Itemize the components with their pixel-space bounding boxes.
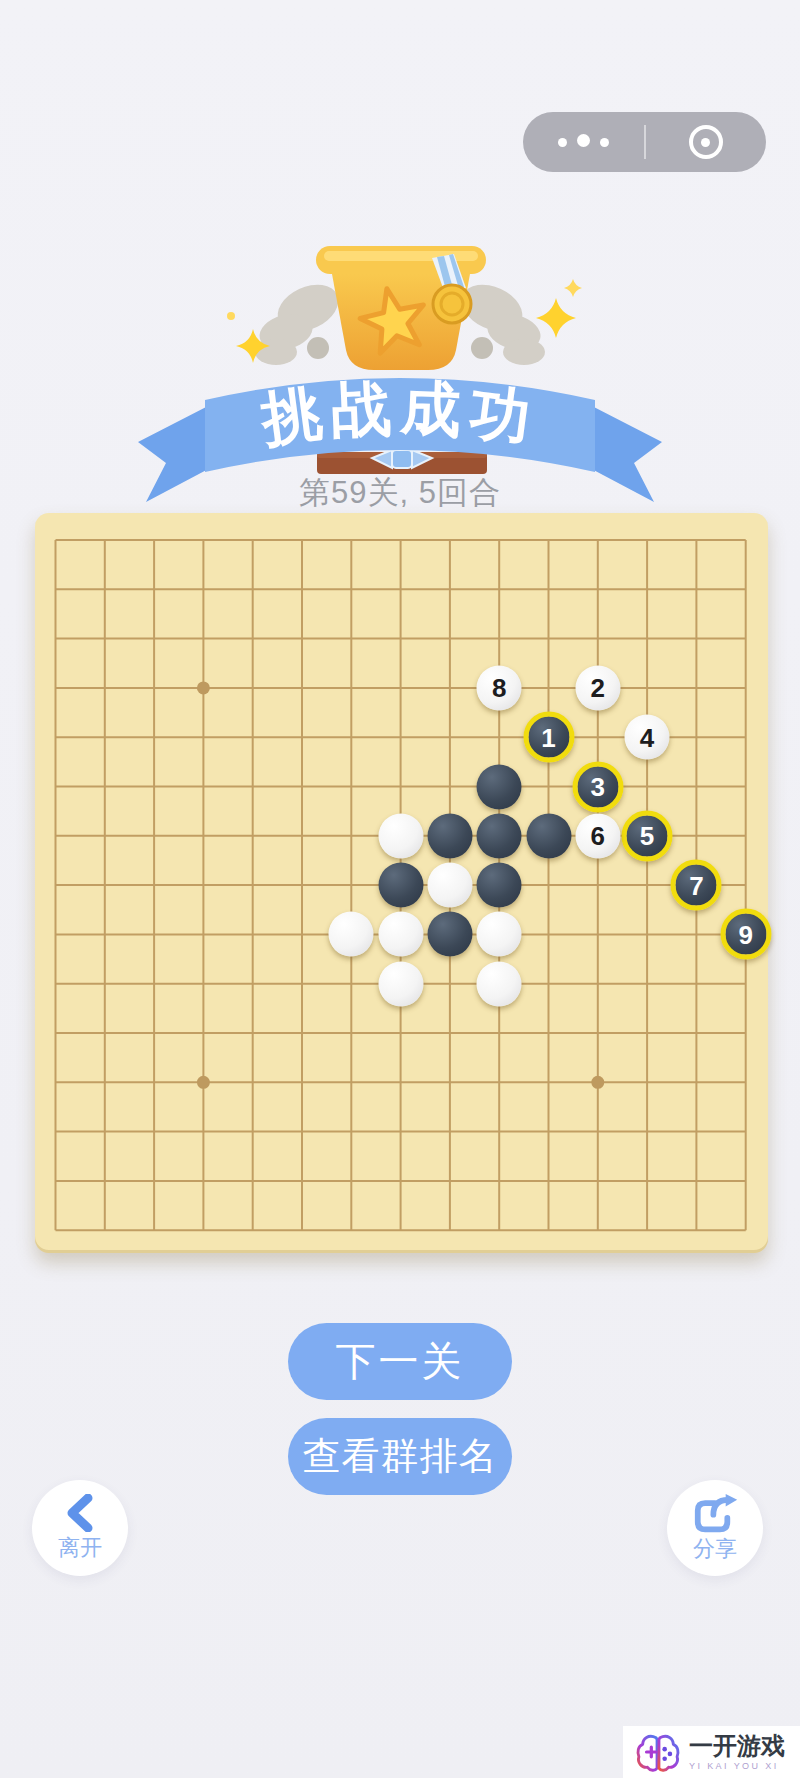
stone-white-move-2: 2 (575, 665, 620, 710)
stone-black (477, 813, 522, 858)
group-ranking-button[interactable]: 查看群排名 (288, 1418, 512, 1495)
stone-black (477, 863, 522, 908)
stone-white (378, 912, 423, 957)
more-button[interactable] (523, 112, 644, 172)
medal-icon (432, 254, 471, 323)
watermark: 一开游戏 YI KAI YOU XI (623, 1726, 800, 1778)
stone-white (427, 863, 472, 908)
stone-black-move-1: 1 (523, 712, 574, 763)
stone-black (526, 813, 571, 858)
leave-button[interactable]: 离开 (32, 1480, 128, 1576)
left-wing-icon (255, 275, 346, 365)
stone-white (477, 912, 522, 957)
watermark-title: 一开游戏 (689, 1733, 785, 1758)
next-level-button[interactable]: 下一关 (288, 1323, 512, 1400)
star-icon (360, 289, 423, 353)
stone-white (329, 912, 374, 957)
trophy-base (317, 450, 487, 474)
ribbon-band (205, 378, 595, 472)
stone-black-move-5: 5 (622, 810, 673, 861)
board[interactable]: 123456789 (35, 513, 768, 1253)
brain-gamepad-logo-icon (635, 1731, 681, 1773)
stone-white (378, 813, 423, 858)
wechat-capsule (523, 112, 766, 172)
stone-black (427, 813, 472, 858)
stone-white (378, 961, 423, 1006)
stone-black (477, 764, 522, 809)
exit-button[interactable] (646, 112, 767, 172)
stone-black (427, 912, 472, 957)
stone-black-move-7: 7 (671, 860, 722, 911)
stone-black-move-9: 9 (720, 909, 771, 960)
banner-title: 挑战成功 (256, 374, 543, 453)
target-circle-icon (689, 125, 723, 159)
stone-white-move-4: 4 (625, 715, 670, 760)
share-arrow-icon (692, 1493, 738, 1533)
victory-screen: 挑战成功 第59关, 5回合 123456789 下一关 查看群排名 离开 分享 (0, 0, 800, 1778)
stone-white-move-8: 8 (477, 665, 522, 710)
stone-black (378, 863, 423, 908)
trophy-cup-icon (316, 246, 486, 370)
sparkle-icons (227, 279, 582, 363)
level-subtitle: 第59关, 5回合 (0, 472, 800, 514)
watermark-subtitle: YI KAI YOU XI (689, 1761, 785, 1771)
chevron-left-icon (63, 1494, 97, 1532)
stone-white (477, 961, 522, 1006)
stone-black-move-3: 3 (572, 761, 623, 812)
stone-white-move-6: 6 (575, 813, 620, 858)
victory-trophy-banner: 挑战成功 (0, 200, 800, 510)
share-label: 分享 (693, 1534, 737, 1564)
share-button[interactable]: 分享 (667, 1480, 763, 1576)
leave-label: 离开 (58, 1533, 102, 1563)
three-dots-icon (553, 134, 614, 150)
right-wing-icon (454, 275, 545, 365)
